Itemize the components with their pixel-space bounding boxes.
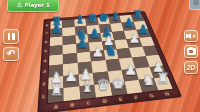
muted-speaker-icon: ✕ (186, 33, 196, 39)
square-c5[interactable]: ♟ (76, 42, 90, 53)
chess-piece-white-r[interactable]: ♜ (157, 71, 170, 86)
chess-piece-white-p[interactable]: ♟ (65, 69, 78, 84)
board-scene: ♜♝♛♚♝♜♟♟♞♟♟♟♟♟♟♟♞♟♟♟♟♟♜♝♛♚♞♜ ABCDEFGH 12… (26, 0, 176, 112)
square-g1[interactable]: ♞ (139, 78, 158, 92)
chess-piece-black-p[interactable]: ♟ (124, 17, 134, 29)
board-grid: ♜♝♛♚♝♜♟♟♞♟♟♟♟♟♟♟♞♟♟♟♟♟♜♝♛♚♞♜ (48, 14, 173, 103)
file-label: D (96, 96, 113, 106)
file-label: C (80, 98, 97, 108)
chess-board: ♜♝♛♚♝♜♟♟♞♟♟♟♟♟♟♟♞♟♟♟♟♟♜♝♛♚♞♜ ABCDEFGH 12… (37, 11, 182, 112)
chess-piece-white-b[interactable]: ♝ (81, 79, 95, 94)
pause-icon (8, 33, 11, 40)
square-h4[interactable] (142, 45, 159, 56)
board-frame: ♜♝♛♚♝♜♟♟♞♟♟♟♟♟♟♟♞♟♟♟♟♟♜♝♛♚♞♜ ABCDEFGH 12… (37, 11, 182, 112)
square-b2[interactable]: ♟ (64, 74, 80, 88)
player-turn-banner: ♙ Player 1 (7, 0, 59, 12)
camera-button[interactable] (184, 45, 198, 58)
chess-piece-black-p[interactable]: ♟ (89, 27, 100, 39)
pause-button[interactable] (3, 29, 19, 44)
chess-piece-white-k[interactable]: ♚ (112, 76, 125, 91)
chess-piece-white-n[interactable]: ♞ (142, 73, 155, 88)
gear-icon[interactable]: ⚙ (189, 0, 200, 10)
undo-button[interactable]: ↶ (3, 47, 19, 61)
chess-piece-white-p[interactable]: ♟ (92, 45, 104, 58)
chess-app-screen: ♙ Player 1 ⚙ ↶ ✕ 2D ♜♝♛♚♝♜♟♟♞♟♟♟♟♟♟♟♞♟♟♟… (0, 0, 200, 112)
chess-piece-black-n[interactable]: ♞ (105, 44, 117, 57)
chess-piece-black-k[interactable]: ♚ (98, 11, 108, 22)
square-h1[interactable]: ♜ (153, 76, 172, 90)
chess-piece-black-b[interactable]: ♝ (75, 13, 85, 24)
file-label: A (47, 102, 64, 112)
chess-piece-black-b[interactable]: ♝ (110, 10, 120, 21)
square-a6[interactable] (50, 36, 63, 46)
chess-piece-black-q[interactable]: ♛ (87, 12, 97, 23)
file-label: B (64, 100, 81, 111)
square-b1[interactable] (64, 86, 80, 101)
chess-piece-white-q[interactable]: ♛ (96, 78, 110, 93)
square-g5[interactable]: ♟ (127, 38, 143, 48)
square-c1[interactable]: ♝ (79, 84, 96, 99)
square-c4[interactable] (77, 52, 92, 63)
square-e1[interactable]: ♚ (109, 81, 127, 95)
chess-piece-white-p[interactable]: ♟ (129, 32, 140, 45)
square-f1[interactable] (124, 80, 142, 94)
square-d1[interactable]: ♛ (94, 83, 111, 98)
file-label: H (158, 89, 176, 99)
chess-piece-white-r[interactable]: ♜ (49, 83, 63, 98)
square-a1[interactable]: ♜ (48, 88, 64, 103)
chess-piece-black-p[interactable]: ♟ (51, 23, 62, 35)
chess-piece-black-p[interactable]: ♟ (77, 37, 88, 50)
mute-button[interactable]: ✕ (184, 30, 198, 42)
camera-icon (187, 48, 196, 55)
player-turn-label: Player 1 (25, 3, 50, 9)
chess-piece-white-p[interactable]: ♟ (124, 63, 137, 77)
white-pawn-icon: ♙ (16, 2, 22, 9)
rank-label: 1 (38, 90, 48, 105)
view-2d-button[interactable]: 2D (184, 61, 198, 74)
